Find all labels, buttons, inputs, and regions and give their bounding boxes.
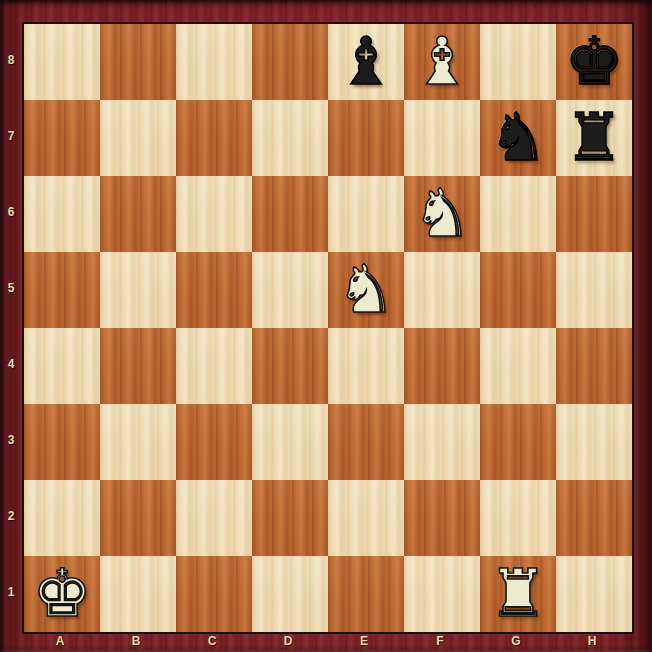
file-label-d: D bbox=[250, 630, 326, 652]
rank-label-3: 3 bbox=[0, 402, 22, 478]
square-c7[interactable] bbox=[176, 100, 252, 176]
file-label-a: A bbox=[22, 630, 98, 652]
square-b8[interactable] bbox=[100, 24, 176, 100]
square-d8[interactable] bbox=[252, 24, 328, 100]
square-c2[interactable] bbox=[176, 480, 252, 556]
square-e6[interactable] bbox=[328, 176, 404, 252]
white-rook-g1[interactable]: ♜ bbox=[480, 556, 556, 632]
square-b4[interactable] bbox=[100, 328, 176, 404]
square-g7[interactable]: ♞ bbox=[480, 100, 556, 176]
square-d3[interactable] bbox=[252, 404, 328, 480]
square-g2[interactable] bbox=[480, 480, 556, 556]
file-label-g: G bbox=[478, 630, 554, 652]
square-e5[interactable]: ♞ bbox=[328, 252, 404, 328]
square-c8[interactable] bbox=[176, 24, 252, 100]
square-h4[interactable] bbox=[556, 328, 632, 404]
file-label-e: E bbox=[326, 630, 402, 652]
rank-label-1: 1 bbox=[0, 554, 22, 630]
square-h3[interactable] bbox=[556, 404, 632, 480]
square-d2[interactable] bbox=[252, 480, 328, 556]
square-a6[interactable] bbox=[24, 176, 100, 252]
square-c4[interactable] bbox=[176, 328, 252, 404]
square-e7[interactable] bbox=[328, 100, 404, 176]
square-c1[interactable] bbox=[176, 556, 252, 632]
black-rook-h7[interactable]: ♜ bbox=[556, 100, 632, 176]
square-a8[interactable] bbox=[24, 24, 100, 100]
square-e2[interactable] bbox=[328, 480, 404, 556]
square-a3[interactable] bbox=[24, 404, 100, 480]
square-f6[interactable]: ♞ bbox=[404, 176, 480, 252]
square-f3[interactable] bbox=[404, 404, 480, 480]
square-g5[interactable] bbox=[480, 252, 556, 328]
white-king-a1[interactable]: ♚ bbox=[24, 556, 100, 632]
square-b1[interactable] bbox=[100, 556, 176, 632]
rank-label-7: 7 bbox=[0, 98, 22, 174]
square-a7[interactable] bbox=[24, 100, 100, 176]
square-e8[interactable]: ♝ bbox=[328, 24, 404, 100]
square-f4[interactable] bbox=[404, 328, 480, 404]
square-b5[interactable] bbox=[100, 252, 176, 328]
square-h8[interactable]: ♚ bbox=[556, 24, 632, 100]
file-label-c: C bbox=[174, 630, 250, 652]
square-h1[interactable] bbox=[556, 556, 632, 632]
rank-label-5: 5 bbox=[0, 250, 22, 326]
rank-label-2: 2 bbox=[0, 478, 22, 554]
square-d6[interactable] bbox=[252, 176, 328, 252]
chess-board-frame: ♝♝♚♞♜♞♞♚♜ 87654321 ABCDEFGH bbox=[0, 0, 652, 652]
square-g6[interactable] bbox=[480, 176, 556, 252]
square-c3[interactable] bbox=[176, 404, 252, 480]
square-c6[interactable] bbox=[176, 176, 252, 252]
file-label-b: B bbox=[98, 630, 174, 652]
square-g4[interactable] bbox=[480, 328, 556, 404]
square-h5[interactable] bbox=[556, 252, 632, 328]
square-e3[interactable] bbox=[328, 404, 404, 480]
square-e1[interactable] bbox=[328, 556, 404, 632]
black-king-h8[interactable]: ♚ bbox=[556, 24, 632, 100]
square-a5[interactable] bbox=[24, 252, 100, 328]
square-f7[interactable] bbox=[404, 100, 480, 176]
square-g8[interactable] bbox=[480, 24, 556, 100]
chess-board: ♝♝♚♞♜♞♞♚♜ bbox=[22, 22, 634, 634]
white-bishop-f8[interactable]: ♝ bbox=[404, 24, 480, 100]
rank-label-4: 4 bbox=[0, 326, 22, 402]
white-knight-e5[interactable]: ♞ bbox=[328, 252, 404, 328]
square-a1[interactable]: ♚ bbox=[24, 556, 100, 632]
rank-label-6: 6 bbox=[0, 174, 22, 250]
square-a4[interactable] bbox=[24, 328, 100, 404]
square-b6[interactable] bbox=[100, 176, 176, 252]
square-f1[interactable] bbox=[404, 556, 480, 632]
rank-label-8: 8 bbox=[0, 22, 22, 98]
square-b2[interactable] bbox=[100, 480, 176, 556]
black-bishop-e8[interactable]: ♝ bbox=[328, 24, 404, 100]
square-f2[interactable] bbox=[404, 480, 480, 556]
square-h7[interactable]: ♜ bbox=[556, 100, 632, 176]
square-h2[interactable] bbox=[556, 480, 632, 556]
square-f5[interactable] bbox=[404, 252, 480, 328]
square-g1[interactable]: ♜ bbox=[480, 556, 556, 632]
file-label-h: H bbox=[554, 630, 630, 652]
square-c5[interactable] bbox=[176, 252, 252, 328]
square-h6[interactable] bbox=[556, 176, 632, 252]
square-f8[interactable]: ♝ bbox=[404, 24, 480, 100]
file-label-f: F bbox=[402, 630, 478, 652]
square-d5[interactable] bbox=[252, 252, 328, 328]
square-g3[interactable] bbox=[480, 404, 556, 480]
square-a2[interactable] bbox=[24, 480, 100, 556]
black-knight-g7[interactable]: ♞ bbox=[480, 100, 556, 176]
square-d4[interactable] bbox=[252, 328, 328, 404]
square-b3[interactable] bbox=[100, 404, 176, 480]
square-d1[interactable] bbox=[252, 556, 328, 632]
rank-labels: 87654321 bbox=[0, 22, 22, 630]
square-d7[interactable] bbox=[252, 100, 328, 176]
square-b7[interactable] bbox=[100, 100, 176, 176]
file-labels: ABCDEFGH bbox=[22, 630, 630, 652]
white-knight-f6[interactable]: ♞ bbox=[404, 176, 480, 252]
square-e4[interactable] bbox=[328, 328, 404, 404]
